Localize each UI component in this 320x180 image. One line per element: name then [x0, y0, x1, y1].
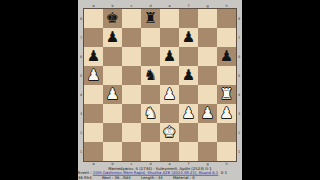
black-pawn: ♟ — [182, 28, 195, 47]
square-g2 — [198, 123, 217, 142]
rank-label-5: 5 — [237, 70, 240, 81]
square-h2 — [217, 123, 236, 142]
white-pawn: ♟ — [87, 66, 100, 85]
square-e8 — [160, 9, 179, 28]
square-b5 — [103, 66, 122, 85]
square-g5 — [198, 66, 217, 85]
event-result: 0-1 — [221, 171, 227, 175]
square-g3: ♟ — [198, 104, 217, 123]
black-pawn: ♟ — [106, 28, 119, 47]
rank-label-8: 8 — [237, 13, 240, 24]
file-label-d: d — [145, 5, 156, 8]
file-label-b: b — [107, 5, 118, 8]
square-e5 — [160, 66, 179, 85]
file-label-e: e — [164, 5, 175, 8]
square-a2 — [84, 123, 103, 142]
file-label-c: c — [126, 163, 137, 166]
square-e2: ♚ — [160, 123, 179, 142]
square-c7 — [122, 28, 141, 47]
square-c8 — [122, 9, 141, 28]
square-d4 — [141, 85, 160, 104]
square-h3: ♟ — [217, 104, 236, 123]
white-pawn: ♟ — [220, 104, 233, 123]
square-e4: ♟ — [160, 85, 179, 104]
white-pawn: ♟ — [201, 104, 214, 123]
square-d2 — [141, 123, 160, 142]
black-rook: ♜ — [144, 9, 157, 28]
video-frame: { "game": "chess", "position": "1k1r4/1p… — [0, 0, 320, 180]
square-b1 — [103, 142, 122, 161]
rank-label-5: 5 — [79, 70, 82, 81]
square-h1 — [217, 142, 236, 161]
square-g6 — [198, 47, 217, 66]
rank-label-7: 7 — [79, 32, 82, 43]
square-a8 — [84, 9, 103, 28]
square-b2 — [103, 123, 122, 142]
file-label-d: d — [145, 163, 156, 166]
square-c2 — [122, 123, 141, 142]
square-h7 — [217, 28, 236, 47]
rank-label-4: 4 — [237, 89, 240, 100]
square-c3 — [122, 104, 141, 123]
square-c4 — [122, 85, 141, 104]
square-a5: ♟ — [84, 66, 103, 85]
square-d6 — [141, 47, 160, 66]
game-info-footer: Mamedyarov, S (2734) - Suleymenli, Aydin… — [78, 167, 242, 180]
square-f1 — [179, 142, 198, 161]
file-label-f: f — [183, 5, 194, 8]
file-label-e: e — [164, 163, 175, 166]
file-labels-top: abcdefgh — [78, 0, 242, 9]
white-pawn: ♟ — [163, 85, 176, 104]
square-g4 — [198, 85, 217, 104]
rank-label-2: 2 — [237, 127, 240, 138]
square-f2 — [179, 123, 198, 142]
rank-label-8: 8 — [79, 13, 82, 24]
next-move-label: Next : 36...Rd4 — [102, 175, 131, 179]
square-a7 — [84, 28, 103, 47]
white-rook: ♜ — [220, 85, 233, 104]
rank-label-3: 3 — [237, 108, 240, 119]
file-label-a: a — [88, 5, 99, 8]
square-c1 — [122, 142, 141, 161]
file-label-f: f — [183, 163, 194, 166]
file-label-h: h — [221, 163, 232, 166]
square-f7: ♟ — [179, 28, 198, 47]
rank-label-7: 7 — [237, 32, 240, 43]
square-d1 — [141, 142, 160, 161]
square-e7 — [160, 28, 179, 47]
square-d3: ♞ — [141, 104, 160, 123]
square-e1 — [160, 142, 179, 161]
black-pawn: ♟ — [220, 47, 233, 66]
square-a6: ♟ — [84, 47, 103, 66]
black-pawn: ♟ — [182, 66, 195, 85]
status-line: 36 Rh4Next : 36...Rd4Length : 44Material… — [78, 176, 242, 180]
square-f5: ♟ — [179, 66, 198, 85]
square-d5: ♞ — [141, 66, 160, 85]
material-label: Material : 0 — [173, 175, 195, 179]
square-g1 — [198, 142, 217, 161]
rank-labels-right: 87654321 — [236, 9, 242, 161]
square-g8 — [198, 9, 217, 28]
square-d7 — [141, 28, 160, 47]
black-pawn: ♟ — [163, 47, 176, 66]
square-h4: ♜ — [217, 85, 236, 104]
square-a4 — [84, 85, 103, 104]
rank-label-1: 1 — [79, 146, 82, 157]
square-g7 — [198, 28, 217, 47]
move-label: 36 Rh4 — [78, 175, 92, 179]
square-c6 — [122, 47, 141, 66]
square-f4 — [179, 85, 198, 104]
file-label-g: g — [202, 163, 213, 166]
square-e3 — [160, 104, 179, 123]
square-h5 — [217, 66, 236, 85]
rank-label-6: 6 — [237, 51, 240, 62]
square-a1 — [84, 142, 103, 161]
length-label: Length : 44 — [141, 175, 163, 179]
square-b7: ♟ — [103, 28, 122, 47]
square-b8: ♚ — [103, 9, 122, 28]
square-d8: ♜ — [141, 9, 160, 28]
black-pawn: ♟ — [87, 47, 100, 66]
rank-label-2: 2 — [79, 127, 82, 138]
file-label-g: g — [202, 5, 213, 8]
file-label-b: b — [107, 163, 118, 166]
square-f3: ♟ — [179, 104, 198, 123]
square-f8 — [179, 9, 198, 28]
rank-label-6: 6 — [79, 51, 82, 62]
white-king: ♚ — [163, 123, 176, 142]
rank-label-3: 3 — [79, 108, 82, 119]
square-h6: ♟ — [217, 47, 236, 66]
black-knight: ♞ — [144, 66, 157, 85]
chess-diagram-panel: abcdefgh 87654321 ♚♜♟♟♟♟♟♟♞♟♟♟♜♞♟♟♟♚ 876… — [78, 0, 242, 180]
chess-board: ♚♜♟♟♟♟♟♟♞♟♟♟♜♞♟♟♟♚ — [84, 9, 236, 161]
square-h8 — [217, 9, 236, 28]
rank-label-4: 4 — [79, 89, 82, 100]
rank-label-1: 1 — [237, 146, 240, 157]
square-b4: ♟ — [103, 85, 122, 104]
white-pawn: ♟ — [182, 104, 195, 123]
square-c5 — [122, 66, 141, 85]
file-label-a: a — [88, 163, 99, 166]
square-e6: ♟ — [160, 47, 179, 66]
file-label-h: h — [221, 5, 232, 8]
file-label-c: c — [126, 5, 137, 8]
black-king: ♚ — [106, 9, 119, 28]
square-a3 — [84, 104, 103, 123]
square-b6 — [103, 47, 122, 66]
square-b3 — [103, 104, 122, 123]
white-pawn: ♟ — [106, 85, 119, 104]
white-knight: ♞ — [144, 104, 157, 123]
square-f6 — [179, 47, 198, 66]
